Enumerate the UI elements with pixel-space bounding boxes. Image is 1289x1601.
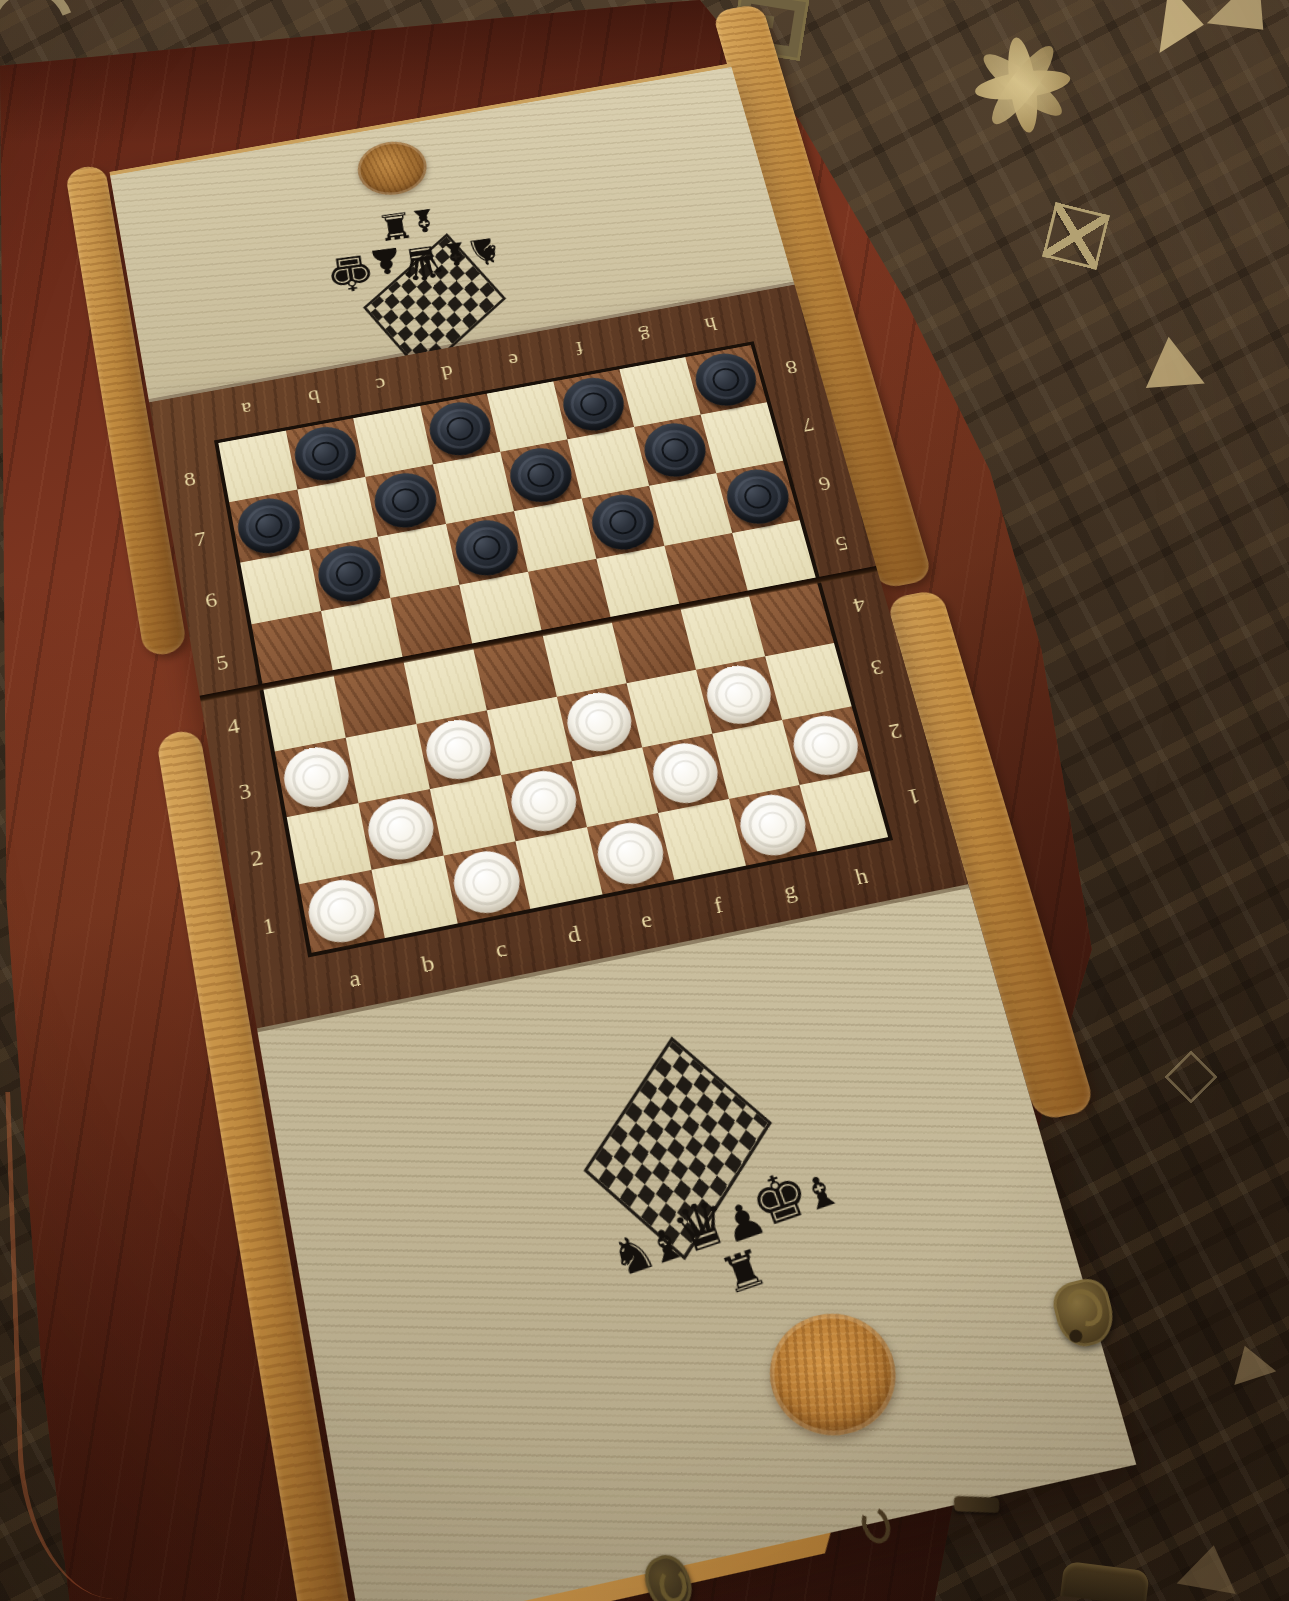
square-b1[interactable]	[372, 856, 458, 939]
black-checker-a7[interactable]	[234, 494, 305, 559]
chess-logo-bottom: ♞♝♛♟♚♝♜	[550, 1042, 871, 1340]
coordinate-label: 1	[234, 886, 303, 966]
black-checker-d8[interactable]	[425, 398, 496, 461]
coordinate-label: b	[278, 377, 350, 416]
wooden-disc-bottom	[758, 1302, 909, 1447]
coordinate-label: f	[678, 882, 758, 929]
black-checker-b8[interactable]	[290, 422, 361, 485]
coordinate-label: a	[211, 390, 283, 430]
coordinate-label: h	[821, 853, 901, 899]
logo-piece-glyph: ♜	[714, 1243, 766, 1302]
white-checker-g3[interactable]	[701, 661, 778, 730]
white-checker-e1[interactable]	[592, 817, 670, 889]
carpet-flower-motif	[970, 40, 1076, 135]
coordinate-label: c	[345, 365, 417, 404]
coordinate-label: e	[478, 341, 550, 380]
square-a1[interactable]	[299, 870, 385, 953]
coordinate-label: 2	[223, 819, 291, 897]
coordinate-label: g	[609, 317, 682, 356]
coordinate-label: a	[315, 954, 395, 1002]
coordinate-label: d	[411, 353, 483, 392]
carpet-diamond-motif	[1164, 1050, 1218, 1104]
chevron-triangle	[1207, 0, 1289, 55]
coordinate-label: f	[543, 329, 616, 368]
white-checker-c3[interactable]	[421, 715, 496, 785]
logo-piece-glyph: ♝	[411, 203, 442, 237]
bronze-bracket	[954, 1496, 999, 1513]
coordinate-label: 8	[158, 444, 222, 513]
carpet-pinwheel-square-motif	[1042, 202, 1110, 270]
white-checker-c1[interactable]	[448, 846, 525, 919]
white-checker-f2[interactable]	[647, 738, 724, 809]
coordinate-label: g	[750, 867, 830, 914]
photo-scene: ♞♝♛♟♚♝♜ abcdefgh abcdefgh 87654321 87654…	[0, 0, 1289, 1601]
logo-piece-glyph: ♝	[442, 236, 473, 270]
coordinate-label: b	[388, 940, 468, 988]
coordinate-label: d	[534, 911, 614, 958]
black-checker-d6[interactable]	[451, 515, 524, 580]
black-checker-b6[interactable]	[314, 541, 386, 607]
white-checker-h2[interactable]	[787, 711, 865, 781]
black-checker-h8[interactable]	[690, 349, 762, 411]
carpet-triangle-motif	[1224, 1339, 1276, 1385]
carpet-triangle-motif	[1146, 337, 1216, 409]
white-checker-g1[interactable]	[734, 789, 812, 861]
white-checker-e3[interactable]	[562, 688, 638, 757]
black-checker-f6[interactable]	[586, 490, 660, 555]
white-checker-a1[interactable]	[304, 874, 380, 948]
logo-piece-glyph: ♞	[468, 232, 505, 272]
coordinate-label: h	[675, 305, 748, 344]
chevron-triangle	[1159, 0, 1208, 58]
coordinate-label: e	[606, 896, 686, 943]
black-checker-f8[interactable]	[558, 373, 630, 435]
white-checker-a3[interactable]	[279, 742, 353, 813]
coordinate-label: c	[461, 925, 541, 972]
logo-piece-glyph: ♚	[329, 247, 379, 299]
black-checker-g7[interactable]	[639, 418, 712, 481]
coordinate-label: 6	[179, 564, 244, 636]
white-checker-d2[interactable]	[506, 766, 582, 837]
white-checker-b2[interactable]	[363, 794, 439, 866]
coordinate-label: 3	[211, 753, 278, 830]
wooden-disc-top	[352, 137, 431, 201]
chess-logo-top: ♞♝♛♟♚♝♜	[318, 194, 523, 358]
black-checker-e7[interactable]	[505, 443, 577, 507]
black-checker-c7[interactable]	[370, 468, 442, 532]
carpet-triangle-motif	[1177, 1540, 1244, 1594]
black-checker-h6[interactable]	[721, 465, 795, 529]
carpet-chevron-motif	[1150, 0, 1289, 82]
coordinate-label: 7	[168, 504, 232, 575]
logo-piece-glyph: ♟	[371, 242, 406, 280]
